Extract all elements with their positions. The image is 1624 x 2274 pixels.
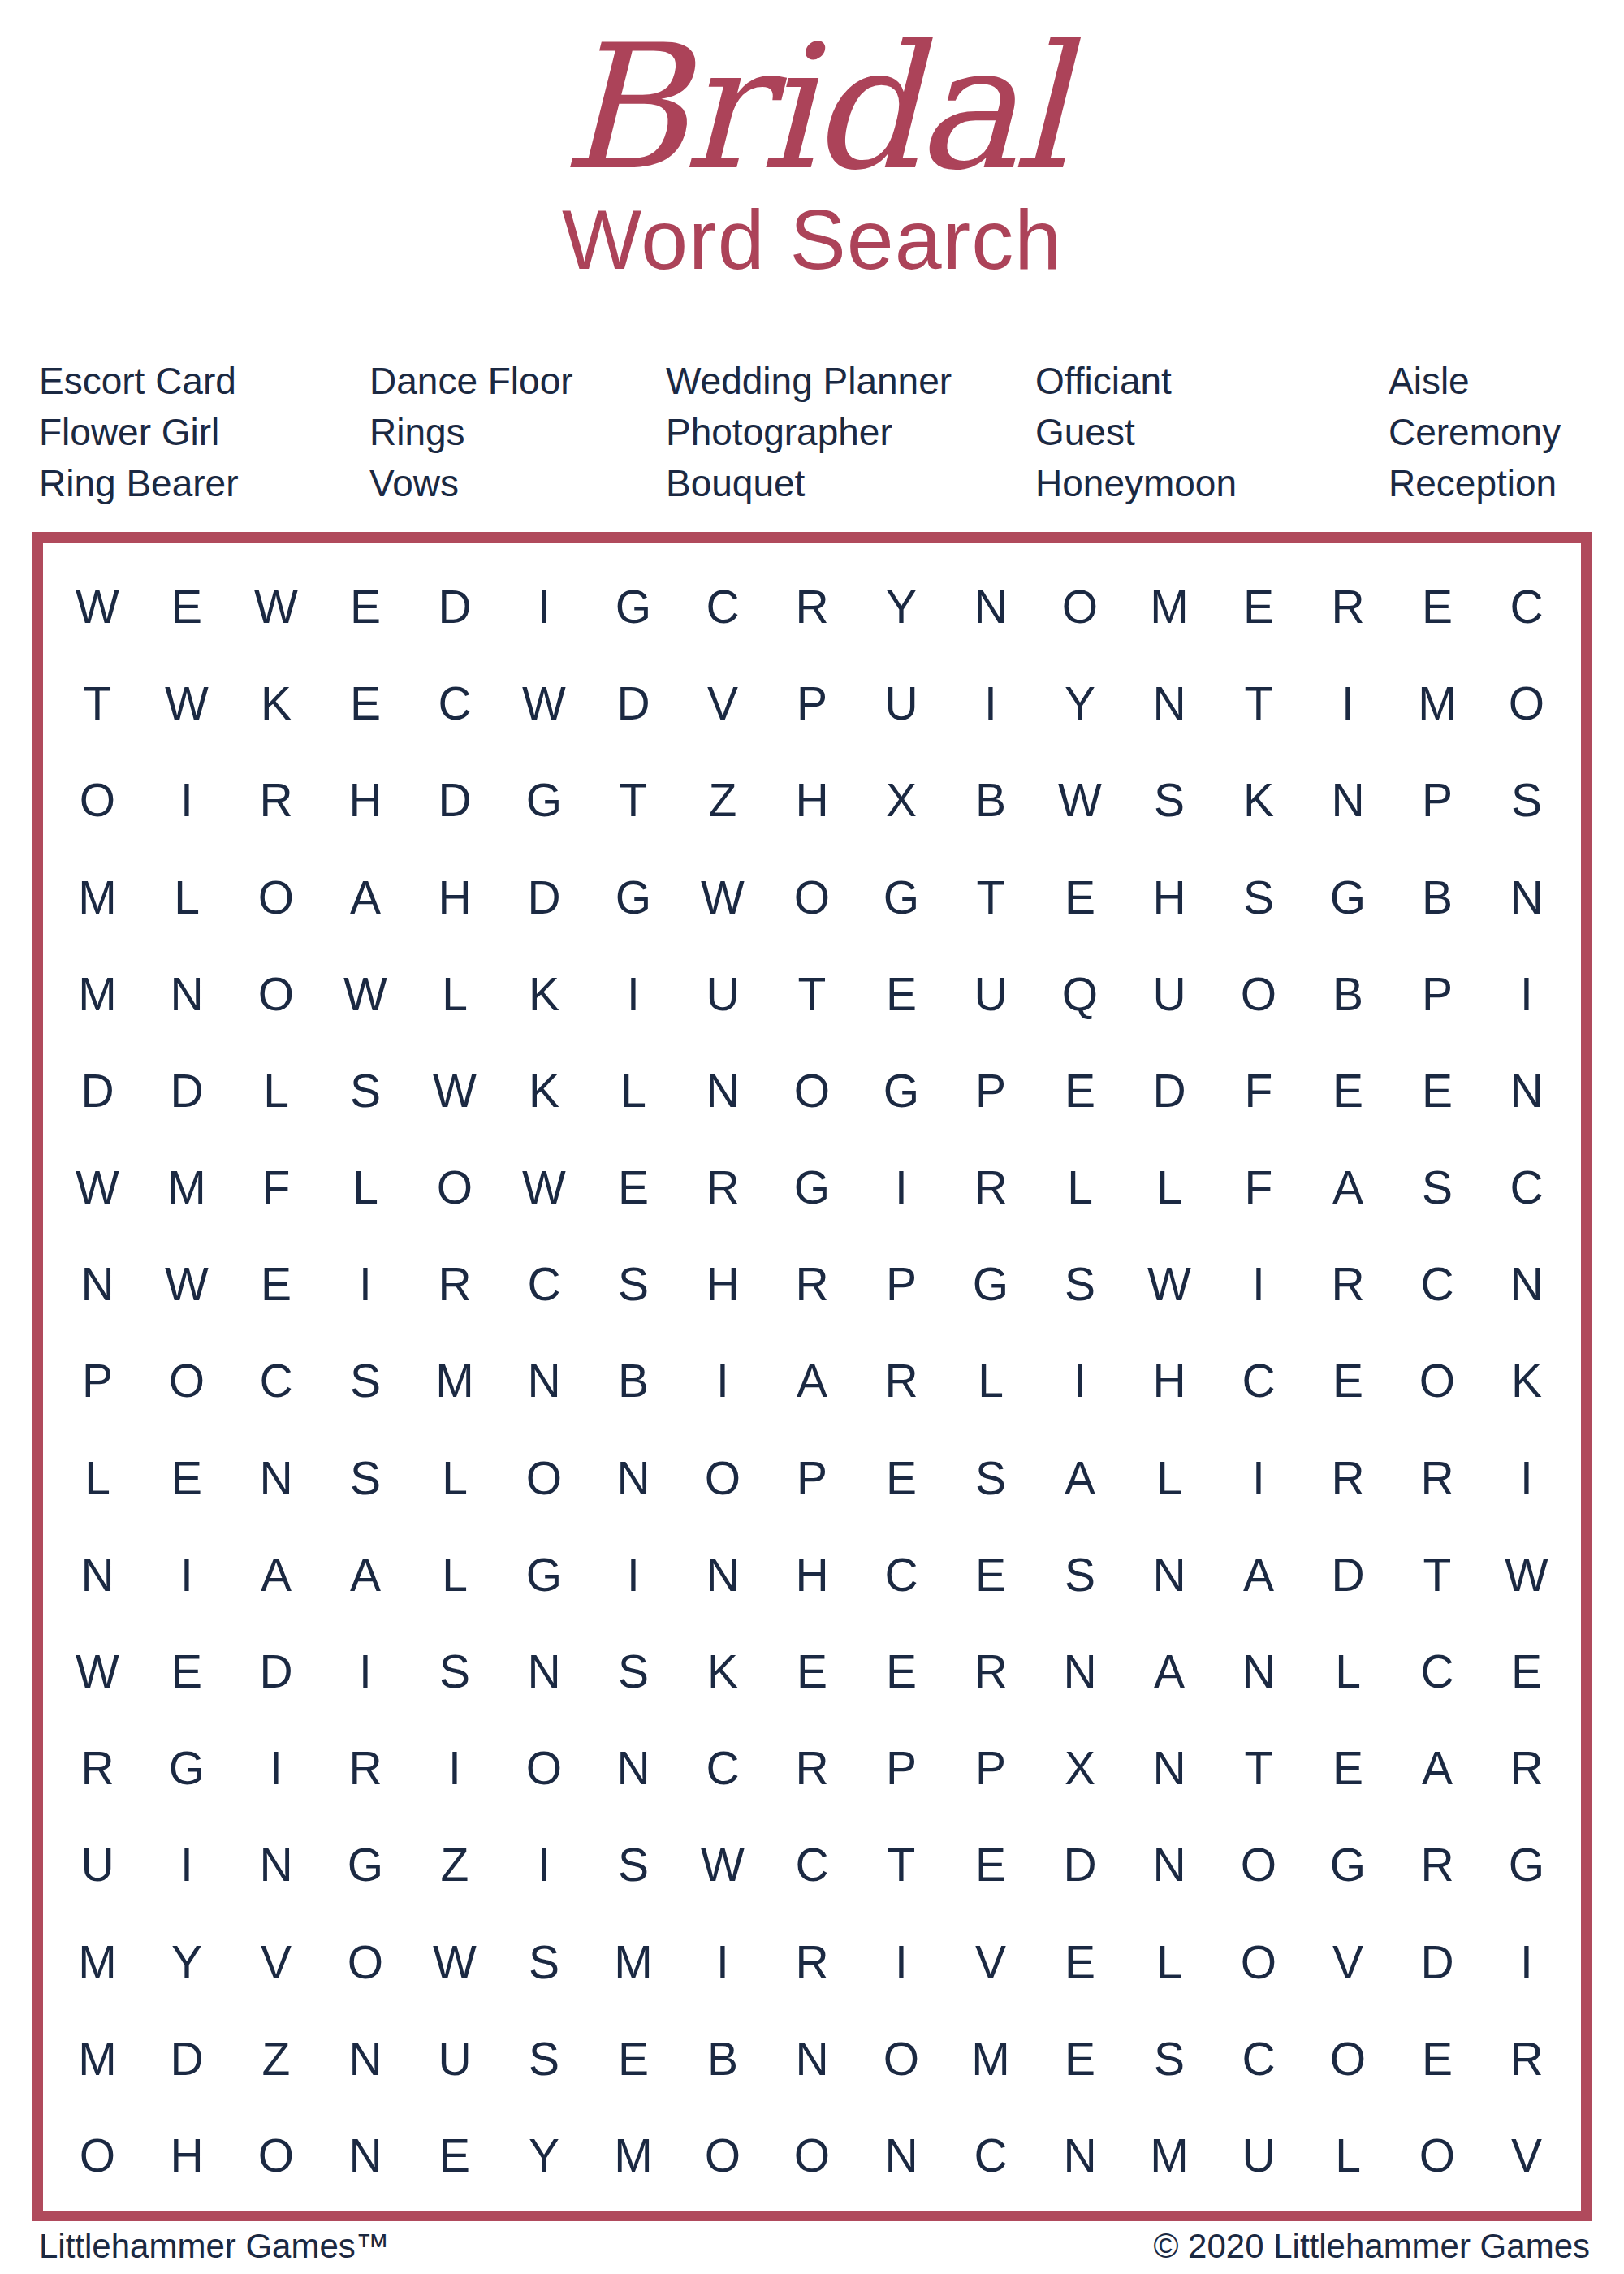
grid-cell-r10c2: E	[142, 1430, 231, 1527]
grid-cell-r11c14: A	[1214, 1527, 1303, 1623]
grid-cell-r12c13: A	[1125, 1623, 1214, 1720]
grid-cell-r11c8: N	[678, 1527, 767, 1623]
grid-cell-r4c6: D	[499, 850, 589, 946]
grid-cell-r1c2: E	[142, 559, 231, 655]
grid-cell-r15c7: M	[589, 1913, 678, 2010]
grid-cell-r14c15: G	[1303, 1817, 1393, 1913]
grid-cell-r13c5: I	[410, 1720, 499, 1817]
grid-cell-r16c15: O	[1303, 2011, 1393, 2108]
grid-cell-r2c6: W	[499, 655, 589, 752]
grid-cell-r12c2: E	[142, 1623, 231, 1720]
grid-cell-r8c15: R	[1303, 1236, 1393, 1333]
grid-cell-r7c5: O	[410, 1139, 499, 1236]
grid-cell-r7c3: F	[231, 1139, 321, 1236]
grid-cell-r10c10: E	[857, 1430, 946, 1527]
grid-cell-r9c3: C	[231, 1333, 321, 1429]
grid-cell-r5c17: I	[1482, 946, 1571, 1043]
grid-cell-r5c10: E	[857, 946, 946, 1043]
grid-cell-r3c6: G	[499, 752, 589, 849]
grid-cell-r17c15: L	[1303, 2108, 1393, 2204]
grid-cell-r5c8: U	[678, 946, 767, 1043]
grid-cell-r2c9: P	[767, 655, 857, 752]
grid-cell-r8c10: P	[857, 1236, 946, 1333]
grid-cell-r14c5: Z	[410, 1817, 499, 1913]
grid-cell-r3c7: T	[589, 752, 678, 849]
grid-cell-r1c16: E	[1393, 559, 1482, 655]
grid-cell-r13c15: E	[1303, 1720, 1393, 1817]
grid-cell-r2c1: T	[53, 655, 142, 752]
grid-cell-r14c13: N	[1125, 1817, 1214, 1913]
grid-cell-r14c16: R	[1393, 1817, 1482, 1913]
grid-cell-r17c16: O	[1393, 2108, 1482, 2204]
grid-cell-r14c8: W	[678, 1817, 767, 1913]
grid-cell-r12c12: N	[1035, 1623, 1125, 1720]
page: { "game": "word-search", "title": { "scr…	[0, 0, 1624, 2274]
grid-cell-r15c8: I	[678, 1913, 767, 2010]
grid-cell-r1c10: Y	[857, 559, 946, 655]
grid-cell-r16c6: S	[499, 2011, 589, 2108]
grid-cell-r12c5: S	[410, 1623, 499, 1720]
grid-cell-r10c11: S	[946, 1430, 1035, 1527]
grid-cell-r2c13: N	[1125, 655, 1214, 752]
grid-cell-r4c10: G	[857, 850, 946, 946]
grid-cell-r2c12: Y	[1035, 655, 1125, 752]
grid-cell-r15c11: V	[946, 1913, 1035, 2010]
grid-cell-r16c2: D	[142, 2011, 231, 2108]
word-list-item: Dance Floor	[369, 356, 666, 407]
grid-cell-r9c2: O	[142, 1333, 231, 1429]
grid-cell-r3c4: H	[321, 752, 410, 849]
grid-cell-r13c3: I	[231, 1720, 321, 1817]
grid-cell-r7c12: L	[1035, 1139, 1125, 1236]
word-list-item: Honeymoon	[1035, 458, 1389, 509]
grid-cell-r4c12: E	[1035, 850, 1125, 946]
grid-cell-r5c3: O	[231, 946, 321, 1043]
grid-cell-r9c12: I	[1035, 1333, 1125, 1429]
grid-cell-r12c11: R	[946, 1623, 1035, 1720]
grid-cell-r5c11: U	[946, 946, 1035, 1043]
grid-cell-r2c10: U	[857, 655, 946, 752]
grid-cell-r5c4: W	[321, 946, 410, 1043]
grid-cell-r5c15: B	[1303, 946, 1393, 1043]
word-list-item: Bouquet	[666, 458, 1035, 509]
grid-cell-r17c3: O	[231, 2108, 321, 2204]
grid-cell-r1c6: I	[499, 559, 589, 655]
grid-cell-r17c17: V	[1482, 2108, 1571, 2204]
grid-cell-r7c11: R	[946, 1139, 1035, 1236]
grid-cell-r8c14: I	[1214, 1236, 1303, 1333]
grid-cell-r5c2: N	[142, 946, 231, 1043]
grid-cell-r2c4: E	[321, 655, 410, 752]
grid-cell-r10c8: O	[678, 1430, 767, 1527]
grid-cell-r6c5: W	[410, 1043, 499, 1139]
grid-cell-r3c15: N	[1303, 752, 1393, 849]
grid-cell-r13c16: A	[1393, 1720, 1482, 1817]
grid-cell-r3c8: Z	[678, 752, 767, 849]
grid-cell-r12c8: K	[678, 1623, 767, 1720]
grid-cell-r1c8: C	[678, 559, 767, 655]
grid-cell-r4c17: N	[1482, 850, 1571, 946]
grid-cell-r6c16: E	[1393, 1043, 1482, 1139]
grid-cell-r8c2: W	[142, 1236, 231, 1333]
word-list: Escort CardFlower GirlRing BearerDance F…	[39, 356, 1592, 509]
grid-cell-r14c14: O	[1214, 1817, 1303, 1913]
grid-cell-r3c14: K	[1214, 752, 1303, 849]
grid-cell-r16c13: S	[1125, 2011, 1214, 2108]
grid-cell-r1c15: R	[1303, 559, 1393, 655]
grid-cell-r17c2: H	[142, 2108, 231, 2204]
grid-cell-r3c10: X	[857, 752, 946, 849]
grid-cell-r15c16: D	[1393, 1913, 1482, 2010]
grid-cell-r17c8: O	[678, 2108, 767, 2204]
grid-cell-r4c9: O	[767, 850, 857, 946]
word-list-item: Wedding Planner	[666, 356, 1035, 407]
grid-cell-r1c9: R	[767, 559, 857, 655]
grid-cell-r15c15: V	[1303, 1913, 1393, 2010]
title-script: Bridal	[0, 15, 1624, 201]
grid-cell-r7c7: E	[589, 1139, 678, 1236]
grid-cell-r7c2: M	[142, 1139, 231, 1236]
grid-cell-r15c4: O	[321, 1913, 410, 2010]
grid-cell-r15c10: I	[857, 1913, 946, 2010]
grid-cell-r9c13: H	[1125, 1333, 1214, 1429]
grid-cell-r6c14: F	[1214, 1043, 1303, 1139]
grid-cell-r11c12: S	[1035, 1527, 1125, 1623]
grid-cell-r8c5: R	[410, 1236, 499, 1333]
grid-cell-r5c1: M	[53, 946, 142, 1043]
grid-cell-r7c14: F	[1214, 1139, 1303, 1236]
grid-cell-r12c17: E	[1482, 1623, 1571, 1720]
grid-cell-r16c16: E	[1393, 2011, 1482, 2108]
grid-cell-r2c3: K	[231, 655, 321, 752]
page-title: Word Search	[0, 195, 1624, 284]
grid-cell-r17c6: Y	[499, 2108, 589, 2204]
grid-cell-r5c14: O	[1214, 946, 1303, 1043]
grid-cell-r8c12: S	[1035, 1236, 1125, 1333]
grid-cell-r6c4: S	[321, 1043, 410, 1139]
grid-cell-r1c13: M	[1125, 559, 1214, 655]
grid-cell-r9c7: B	[589, 1333, 678, 1429]
grid-cell-r2c11: I	[946, 655, 1035, 752]
grid-cell-r4c5: H	[410, 850, 499, 946]
grid-cell-r17c12: N	[1035, 2108, 1125, 2204]
grid-cell-r8c17: N	[1482, 1236, 1571, 1333]
grid-cell-r16c11: M	[946, 2011, 1035, 2108]
grid-cell-r2c14: T	[1214, 655, 1303, 752]
grid-cell-r16c4: N	[321, 2011, 410, 2108]
grid-cell-r4c8: W	[678, 850, 767, 946]
grid-cell-r17c1: O	[53, 2108, 142, 2204]
grid-cell-r16c14: C	[1214, 2011, 1303, 2108]
grid-cell-r15c14: O	[1214, 1913, 1303, 2010]
grid-cell-r15c6: S	[499, 1913, 589, 2010]
grid-cell-r17c7: M	[589, 2108, 678, 2204]
grid-cell-r4c14: S	[1214, 850, 1303, 946]
grid-cell-r4c3: O	[231, 850, 321, 946]
grid-cell-r12c10: E	[857, 1623, 946, 1720]
word-list-column-5: AisleCeremonyReception	[1389, 356, 1592, 509]
grid-cell-r13c17: R	[1482, 1720, 1571, 1817]
grid-cell-r8c6: C	[499, 1236, 589, 1333]
grid-cell-r9c1: P	[53, 1333, 142, 1429]
grid-cell-r14c9: C	[767, 1817, 857, 1913]
grid-cell-r11c5: L	[410, 1527, 499, 1623]
grid-cell-r10c12: A	[1035, 1430, 1125, 1527]
grid-cell-r10c17: I	[1482, 1430, 1571, 1527]
grid-cell-r2c7: D	[589, 655, 678, 752]
grid-cell-r3c16: P	[1393, 752, 1482, 849]
grid-cell-r13c13: N	[1125, 1720, 1214, 1817]
grid-cell-r4c4: A	[321, 850, 410, 946]
grid-cell-r4c15: G	[1303, 850, 1393, 946]
grid-cell-r7c16: S	[1393, 1139, 1482, 1236]
grid-cell-r1c14: E	[1214, 559, 1303, 655]
word-list-item: Rings	[369, 407, 666, 458]
grid-cell-r17c10: N	[857, 2108, 946, 2204]
grid-cell-r7c1: W	[53, 1139, 142, 1236]
grid-cell-r7c15: A	[1303, 1139, 1393, 1236]
grid-cell-r9c5: M	[410, 1333, 499, 1429]
grid-cell-r15c5: W	[410, 1913, 499, 2010]
grid-cell-r13c7: N	[589, 1720, 678, 1817]
grid-cell-r14c7: S	[589, 1817, 678, 1913]
footer-brand: Littlehammer Games™	[39, 2227, 390, 2266]
grid-cell-r12c9: E	[767, 1623, 857, 1720]
grid-cell-r8c3: E	[231, 1236, 321, 1333]
grid-cell-r13c12: X	[1035, 1720, 1125, 1817]
grid-cell-r16c12: E	[1035, 2011, 1125, 2108]
grid-cell-r4c2: L	[142, 850, 231, 946]
grid-cell-r10c1: L	[53, 1430, 142, 1527]
grid-cell-r6c17: N	[1482, 1043, 1571, 1139]
grid-cell-r3c11: B	[946, 752, 1035, 849]
word-list-column-2: Dance FloorRingsVows	[369, 356, 666, 509]
grid-cell-r9c6: N	[499, 1333, 589, 1429]
grid-cell-r10c9: P	[767, 1430, 857, 1527]
grid-cell-r6c8: N	[678, 1043, 767, 1139]
word-list-column-1: Escort CardFlower GirlRing Bearer	[39, 356, 369, 509]
grid-cell-r5c13: U	[1125, 946, 1214, 1043]
grid-cell-r10c14: I	[1214, 1430, 1303, 1527]
grid-cell-r4c1: M	[53, 850, 142, 946]
grid-cell-r5c9: T	[767, 946, 857, 1043]
grid-cell-r11c1: N	[53, 1527, 142, 1623]
grid-cell-r1c4: E	[321, 559, 410, 655]
grid-cell-r10c16: R	[1393, 1430, 1482, 1527]
grid-cell-r9c9: A	[767, 1333, 857, 1429]
grid-cell-r6c10: G	[857, 1043, 946, 1139]
grid-cell-r5c12: Q	[1035, 946, 1125, 1043]
grid-cell-r12c7: S	[589, 1623, 678, 1720]
grid-cell-r7c9: G	[767, 1139, 857, 1236]
grid-cell-r6c6: K	[499, 1043, 589, 1139]
word-list-item: Photographer	[666, 407, 1035, 458]
word-list-item: Flower Girl	[39, 407, 369, 458]
word-list-item: Aisle	[1389, 356, 1592, 407]
grid-cell-r6c7: L	[589, 1043, 678, 1139]
grid-cell-r7c13: L	[1125, 1139, 1214, 1236]
word-list-column-3: Wedding PlannerPhotographerBouquet	[666, 356, 1035, 509]
word-list-item: Ring Bearer	[39, 458, 369, 509]
grid-cell-r15c1: M	[53, 1913, 142, 2010]
grid-cell-r7c8: R	[678, 1139, 767, 1236]
grid-cell-r1c3: W	[231, 559, 321, 655]
grid-cell-r16c7: E	[589, 2011, 678, 2108]
grid-cell-r9c16: O	[1393, 1333, 1482, 1429]
grid-cell-r11c9: H	[767, 1527, 857, 1623]
grid-cell-r12c16: C	[1393, 1623, 1482, 1720]
grid-cell-r5c6: K	[499, 946, 589, 1043]
grid-cell-r14c6: I	[499, 1817, 589, 1913]
grid-cell-r13c8: C	[678, 1720, 767, 1817]
word-list-item: Officiant	[1035, 356, 1389, 407]
grid-cell-r11c7: I	[589, 1527, 678, 1623]
grid-cell-r13c10: P	[857, 1720, 946, 1817]
grid-cell-r8c7: S	[589, 1236, 678, 1333]
grid-cell-r12c15: L	[1303, 1623, 1393, 1720]
grid-cell-r9c11: L	[946, 1333, 1035, 1429]
word-list-item: Vows	[369, 458, 666, 509]
grid-cell-r1c5: D	[410, 559, 499, 655]
grid-cell-r17c5: E	[410, 2108, 499, 2204]
grid-cell-r17c14: U	[1214, 2108, 1303, 2204]
grid-cell-r13c9: R	[767, 1720, 857, 1817]
grid-cell-r1c1: W	[53, 559, 142, 655]
grid-cell-r14c2: I	[142, 1817, 231, 1913]
grid-cell-r13c1: R	[53, 1720, 142, 1817]
grid-cell-r2c2: W	[142, 655, 231, 752]
grid-cell-r7c4: L	[321, 1139, 410, 1236]
grid-cell-r15c17: I	[1482, 1913, 1571, 2010]
grid-cell-r16c5: U	[410, 2011, 499, 2108]
grid-cell-r15c12: E	[1035, 1913, 1125, 2010]
grid-cell-r10c6: O	[499, 1430, 589, 1527]
grid-cell-r15c2: Y	[142, 1913, 231, 2010]
grid-cell-r3c12: W	[1035, 752, 1125, 849]
grid-cell-r11c15: D	[1303, 1527, 1393, 1623]
grid-cell-r13c6: O	[499, 1720, 589, 1817]
grid-cell-r9c15: E	[1303, 1333, 1393, 1429]
grid-cell-r1c17: C	[1482, 559, 1571, 655]
grid-cell-r5c16: P	[1393, 946, 1482, 1043]
grid-cell-r5c5: L	[410, 946, 499, 1043]
grid-cell-r11c13: N	[1125, 1527, 1214, 1623]
grid-cell-r12c1: W	[53, 1623, 142, 1720]
grid-cell-r12c6: N	[499, 1623, 589, 1720]
grid-cell-r13c14: T	[1214, 1720, 1303, 1817]
grid-cell-r12c14: N	[1214, 1623, 1303, 1720]
grid-cell-r10c15: R	[1303, 1430, 1393, 1527]
grid-cell-r6c12: E	[1035, 1043, 1125, 1139]
grid-cell-r3c9: H	[767, 752, 857, 849]
grid-cell-r15c13: L	[1125, 1913, 1214, 2010]
grid-cell-r9c10: R	[857, 1333, 946, 1429]
grid-cell-r11c10: C	[857, 1527, 946, 1623]
grid-cell-r11c4: A	[321, 1527, 410, 1623]
word-list-item: Escort Card	[39, 356, 369, 407]
grid-cell-r17c4: N	[321, 2108, 410, 2204]
grid-cell-r9c8: I	[678, 1333, 767, 1429]
grid-cell-r14c1: U	[53, 1817, 142, 1913]
grid-cell-r2c5: C	[410, 655, 499, 752]
grid-cell-r10c4: S	[321, 1430, 410, 1527]
grid-cell-r3c2: I	[142, 752, 231, 849]
grid-cell-r4c7: G	[589, 850, 678, 946]
grid-cell-r14c12: D	[1035, 1817, 1125, 1913]
grid-cell-r13c11: P	[946, 1720, 1035, 1817]
grid-cell-r12c3: D	[231, 1623, 321, 1720]
grid-cell-r10c5: L	[410, 1430, 499, 1527]
grid-cell-r3c17: S	[1482, 752, 1571, 849]
grid-cell-r3c1: O	[53, 752, 142, 849]
grid-cell-r9c17: K	[1482, 1333, 1571, 1429]
grid-cell-r8c8: H	[678, 1236, 767, 1333]
grid-cell-r7c10: I	[857, 1139, 946, 1236]
grid-cell-r1c11: N	[946, 559, 1035, 655]
grid-cell-r13c4: R	[321, 1720, 410, 1817]
grid-cell-r17c9: O	[767, 2108, 857, 2204]
grid-cell-r8c11: G	[946, 1236, 1035, 1333]
grid-cell-r8c13: W	[1125, 1236, 1214, 1333]
grid-cell-r1c7: G	[589, 559, 678, 655]
grid-cell-r11c11: E	[946, 1527, 1035, 1623]
grid-cell-r8c4: I	[321, 1236, 410, 1333]
word-list-column-4: OfficiantGuestHoneymoon	[1035, 356, 1389, 509]
grid-cell-r1c12: O	[1035, 559, 1125, 655]
grid-cell-r11c17: W	[1482, 1527, 1571, 1623]
grid-cell-r4c16: B	[1393, 850, 1482, 946]
grid-cell-r16c1: M	[53, 2011, 142, 2108]
grid-cell-r8c9: R	[767, 1236, 857, 1333]
grid-cell-r16c17: R	[1482, 2011, 1571, 2108]
grid-cell-r6c9: O	[767, 1043, 857, 1139]
grid-cell-r3c5: D	[410, 752, 499, 849]
grid-cell-r6c3: L	[231, 1043, 321, 1139]
grid-cell-r16c8: B	[678, 2011, 767, 2108]
grid-cell-r2c8: V	[678, 655, 767, 752]
grid-cell-r11c6: G	[499, 1527, 589, 1623]
grid-cell-r2c17: O	[1482, 655, 1571, 752]
word-list-item: Reception	[1389, 458, 1592, 509]
grid-cell-r13c2: G	[142, 1720, 231, 1817]
grid-cell-r14c17: G	[1482, 1817, 1571, 1913]
grid-cell-r3c3: R	[231, 752, 321, 849]
grid-cell-r6c15: E	[1303, 1043, 1393, 1139]
grid-cell-r17c11: C	[946, 2108, 1035, 2204]
grid-cell-r7c17: C	[1482, 1139, 1571, 1236]
grid-cell-r14c4: G	[321, 1817, 410, 1913]
grid-cell-r9c4: S	[321, 1333, 410, 1429]
grid-cell-r6c13: D	[1125, 1043, 1214, 1139]
grid-cell-r16c9: N	[767, 2011, 857, 2108]
grid-cell-r8c1: N	[53, 1236, 142, 1333]
grid-cell-r11c2: I	[142, 1527, 231, 1623]
grid-cell-r10c13: L	[1125, 1430, 1214, 1527]
grid-cell-r4c13: H	[1125, 850, 1214, 946]
grid-cell-r14c10: T	[857, 1817, 946, 1913]
grid-cell-r10c7: N	[589, 1430, 678, 1527]
grid-cell-r5c7: I	[589, 946, 678, 1043]
grid-cell-r6c2: D	[142, 1043, 231, 1139]
grid-cell-r17c13: M	[1125, 2108, 1214, 2204]
grid-cell-r14c11: E	[946, 1817, 1035, 1913]
grid-cell-r15c3: V	[231, 1913, 321, 2010]
grid-cell-r6c1: D	[53, 1043, 142, 1139]
grid-cell-r14c3: N	[231, 1817, 321, 1913]
grid-cell-r15c9: R	[767, 1913, 857, 2010]
grid-cell-r8c16: C	[1393, 1236, 1482, 1333]
grid-cell-r3c13: S	[1125, 752, 1214, 849]
